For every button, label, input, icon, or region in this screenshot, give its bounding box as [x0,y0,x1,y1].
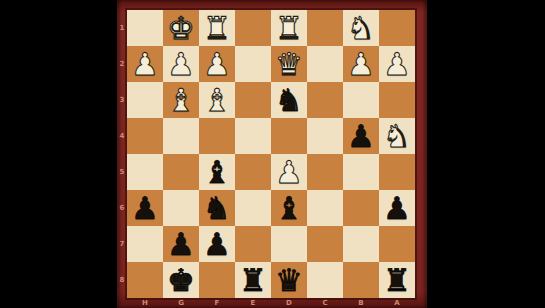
square-c4[interactable] [307,118,343,154]
square-h5[interactable] [127,154,163,190]
file-label-a: A [379,297,415,308]
rank-label-3: 3 [117,82,127,118]
black-bishop-d6: ♝ [275,190,303,226]
black-pawn-h6: ♟ [131,190,159,226]
rank-label-7: 7 [117,226,127,262]
square-h3[interactable] [127,82,163,118]
square-d3[interactable]: ♞ [271,82,307,118]
file-label-h: H [127,297,163,308]
square-h8[interactable] [127,262,163,298]
square-b2[interactable]: ♟ [343,46,379,82]
black-queen-d8: ♛ [275,262,303,298]
square-b1[interactable]: ♞ [343,10,379,46]
square-c8[interactable] [307,262,343,298]
square-f7[interactable]: ♟ [199,226,235,262]
square-d6[interactable]: ♝ [271,190,307,226]
square-h2[interactable]: ♟ [127,46,163,82]
square-b3[interactable] [343,82,379,118]
square-d7[interactable] [271,226,307,262]
black-rook-e8: ♜ [239,262,267,298]
square-e6[interactable] [235,190,271,226]
white-king-g1: ♚ [167,10,195,46]
square-g2[interactable]: ♟ [163,46,199,82]
square-c2[interactable] [307,46,343,82]
square-e7[interactable] [235,226,271,262]
black-knight-f6: ♞ [203,190,231,226]
square-a8[interactable]: ♜ [379,262,415,298]
square-g5[interactable] [163,154,199,190]
square-a7[interactable] [379,226,415,262]
white-rook-d1: ♜ [275,10,303,46]
black-rook-a8: ♜ [383,262,411,298]
square-b5[interactable] [343,154,379,190]
square-d8[interactable]: ♛ [271,262,307,298]
file-label-g: G [163,297,199,308]
rank-label-2: 2 [117,46,127,82]
square-h7[interactable] [127,226,163,262]
rank-label-8: 8 [117,262,127,298]
file-label-b: B [343,297,379,308]
square-f2[interactable]: ♟ [199,46,235,82]
square-e8[interactable]: ♜ [235,262,271,298]
square-g3[interactable]: ♝ [163,82,199,118]
square-a1[interactable] [379,10,415,46]
white-queen-d2: ♛ [275,46,303,82]
file-label-d: D [271,297,307,308]
square-c1[interactable] [307,10,343,46]
white-knight-a4: ♞ [383,118,411,154]
black-pawn-a6: ♟ [383,190,411,226]
square-b7[interactable] [343,226,379,262]
square-d5[interactable]: ♟ [271,154,307,190]
square-c6[interactable] [307,190,343,226]
white-knight-b1: ♞ [347,10,375,46]
white-pawn-h2: ♟ [131,46,159,82]
white-rook-f1: ♜ [203,10,231,46]
file-label-c: C [307,297,343,308]
square-c5[interactable] [307,154,343,190]
square-e3[interactable] [235,82,271,118]
black-pawn-g7: ♟ [167,226,195,262]
square-h1[interactable] [127,10,163,46]
square-f5[interactable]: ♝ [199,154,235,190]
letterbox-right [427,0,545,308]
rank-label-5: 5 [117,154,127,190]
white-bishop-f3: ♝ [203,82,231,118]
square-h4[interactable] [127,118,163,154]
black-pawn-f7: ♟ [203,226,231,262]
rank-label-6: 6 [117,190,127,226]
rank-label-1: 1 [117,10,127,46]
black-bishop-f5: ♝ [203,154,231,190]
black-knight-d3: ♞ [275,82,303,118]
white-pawn-f2: ♟ [203,46,231,82]
square-a5[interactable] [379,154,415,190]
white-pawn-d5: ♟ [275,154,303,190]
square-c3[interactable] [307,82,343,118]
rank-label-4: 4 [117,118,127,154]
square-f6[interactable]: ♞ [199,190,235,226]
square-b6[interactable] [343,190,379,226]
file-label-e: E [235,297,271,308]
file-label-f: F [199,297,235,308]
white-pawn-a2: ♟ [383,46,411,82]
square-c7[interactable] [307,226,343,262]
board-grid: ♚♜♜♞♟♟♟♛♟♟♝♝♞♟♞♝♟♟♞♝♟♟♟♚♜♛♜ [127,10,415,298]
square-g4[interactable] [163,118,199,154]
square-d4[interactable] [271,118,307,154]
white-pawn-g2: ♟ [167,46,195,82]
file-labels: HGFEDCBA [127,297,415,308]
chess-board: 12345678 ♚♜♜♞♟♟♟♛♟♟♝♝♞♟♞♝♟♟♞♝♟♟♟♚♜♛♜ HGF… [117,0,427,308]
square-f3[interactable]: ♝ [199,82,235,118]
square-a3[interactable] [379,82,415,118]
square-a2[interactable]: ♟ [379,46,415,82]
square-e2[interactable] [235,46,271,82]
square-a4[interactable]: ♞ [379,118,415,154]
square-a6[interactable]: ♟ [379,190,415,226]
square-h6[interactable]: ♟ [127,190,163,226]
square-g8[interactable]: ♚ [163,262,199,298]
video-frame: 12345678 ♚♜♜♞♟♟♟♛♟♟♝♝♞♟♞♝♟♟♞♝♟♟♟♚♜♛♜ HGF… [0,0,545,308]
rank-labels: 12345678 [117,10,127,298]
square-f4[interactable] [199,118,235,154]
square-b8[interactable] [343,262,379,298]
square-e1[interactable] [235,10,271,46]
square-e5[interactable] [235,154,271,190]
black-pawn-b4: ♟ [347,118,375,154]
square-g7[interactable]: ♟ [163,226,199,262]
square-g6[interactable] [163,190,199,226]
square-b4[interactable]: ♟ [343,118,379,154]
white-pawn-b2: ♟ [347,46,375,82]
black-king-g8: ♚ [167,262,195,298]
white-bishop-g3: ♝ [167,82,195,118]
letterbox-left [0,0,117,308]
square-e4[interactable] [235,118,271,154]
square-d2[interactable]: ♛ [271,46,307,82]
square-g1[interactable]: ♚ [163,10,199,46]
square-f8[interactable] [199,262,235,298]
square-d1[interactable]: ♜ [271,10,307,46]
square-f1[interactable]: ♜ [199,10,235,46]
